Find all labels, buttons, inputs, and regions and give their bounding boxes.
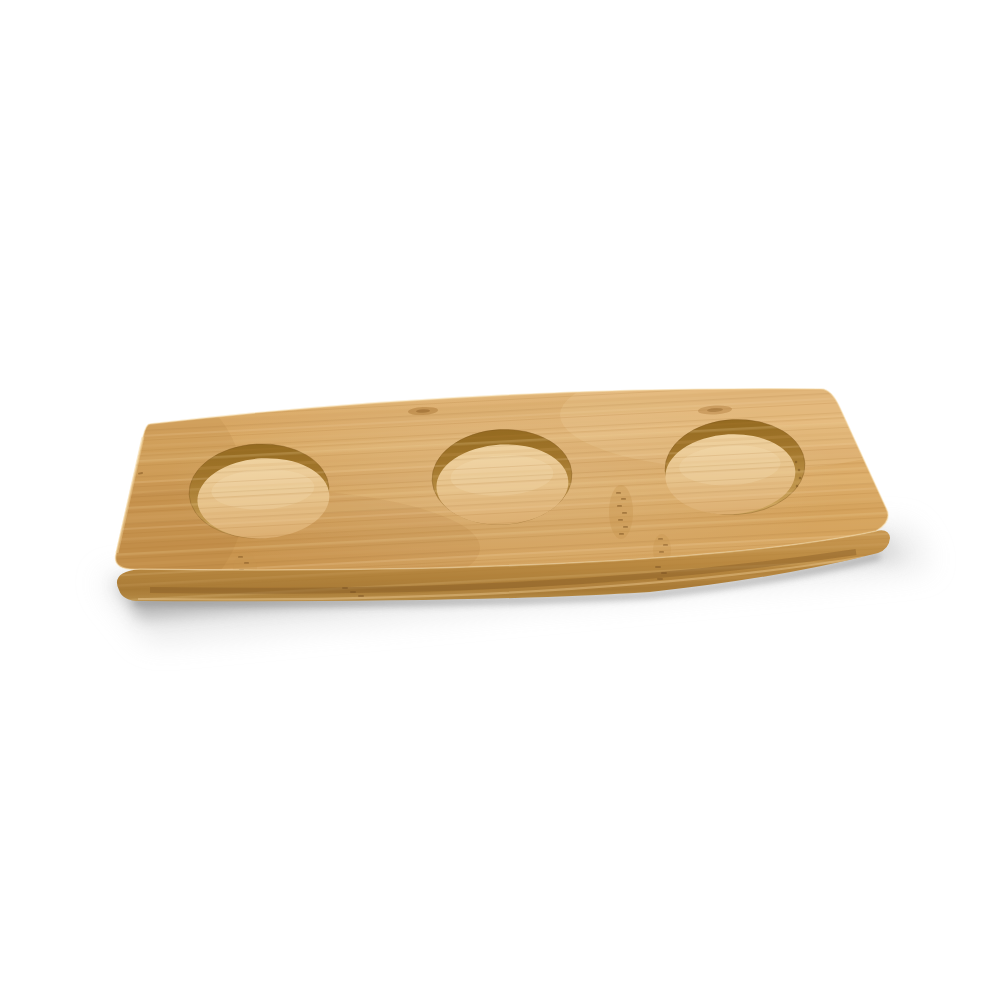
product-photo (0, 0, 1000, 1000)
bamboo-node-cluster-mid (609, 485, 633, 539)
bamboo-tray-illustration (0, 0, 1000, 1000)
